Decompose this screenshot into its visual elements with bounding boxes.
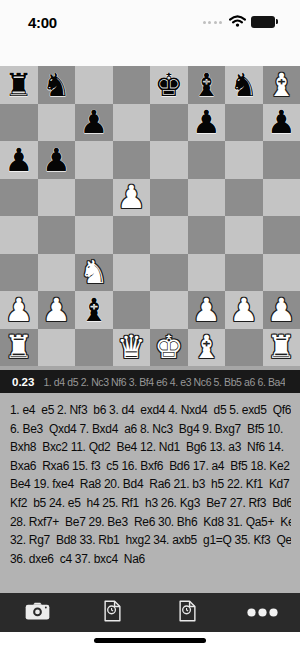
square-b8[interactable]: ♞ xyxy=(38,66,76,104)
piece-black-pawn: ♟ xyxy=(4,144,33,176)
move-line: Bxh8 Bxc2 11. Qd2 Be4 12. Nd1 Bg6 13. a3… xyxy=(10,438,291,457)
battery-icon xyxy=(251,16,275,28)
move-line: 1. e4 e5 2. Nf3 b6 3. d4 exd4 4. Nxd4 d5… xyxy=(10,401,291,420)
ellipsis-icon xyxy=(247,605,278,620)
square-h8[interactable]: ♝ xyxy=(263,66,301,104)
game-file-button[interactable] xyxy=(75,593,150,632)
square-f1[interactable]: ♝ xyxy=(188,329,226,367)
square-h1[interactable]: ♜ xyxy=(263,329,301,367)
square-d2[interactable] xyxy=(113,291,151,329)
square-a3[interactable] xyxy=(0,254,38,292)
square-f5[interactable] xyxy=(188,179,226,217)
piece-white-bishop: ♝ xyxy=(192,331,221,363)
piece-white-pawn: ♟ xyxy=(229,294,258,326)
app-screen: 4:00 ♜♞♚♝♞♝♟♟♟♟♟♟♞♟♟♝♟♟♟♜♛♚♝♜ 0.23 1 xyxy=(0,0,300,649)
piece-black-knight: ♞ xyxy=(42,69,71,101)
square-c7[interactable]: ♟ xyxy=(75,104,113,142)
piece-black-bishop: ♝ xyxy=(192,69,221,101)
square-h2[interactable]: ♟ xyxy=(263,291,301,329)
piece-white-bishop: ♝ xyxy=(267,69,296,101)
square-f3[interactable] xyxy=(188,254,226,292)
square-c1[interactable] xyxy=(75,329,113,367)
bottom-area xyxy=(0,632,300,649)
game-file-button-2[interactable] xyxy=(150,593,225,632)
piece-black-knight: ♞ xyxy=(229,69,258,101)
square-e6[interactable] xyxy=(150,141,188,179)
engine-line: 1. d4 d5 2. Nc3 Nf6 3. Bf4 e6 4. e3 Nc6 … xyxy=(43,376,285,388)
status-bar: 4:00 xyxy=(0,0,300,31)
cellular-signal-icon xyxy=(203,21,223,24)
square-g2[interactable]: ♟ xyxy=(225,291,263,329)
square-d8[interactable] xyxy=(113,66,151,104)
square-a1[interactable]: ♜ xyxy=(0,329,38,367)
piece-black-pawn: ♟ xyxy=(267,106,296,138)
square-d7[interactable] xyxy=(113,104,151,142)
analysis-bar[interactable]: 0.23 1. d4 d5 2. Nc3 Nf6 3. Bf4 e6 4. e3… xyxy=(0,370,300,393)
piece-white-pawn: ♟ xyxy=(4,294,33,326)
piece-white-king: ♚ xyxy=(154,331,183,363)
piece-white-pawn: ♟ xyxy=(267,294,296,326)
square-e3[interactable] xyxy=(150,254,188,292)
piece-white-pawn: ♟ xyxy=(192,294,221,326)
square-h5[interactable] xyxy=(263,179,301,217)
square-f6[interactable] xyxy=(188,141,226,179)
piece-black-rook: ♜ xyxy=(4,69,33,101)
square-h7[interactable]: ♟ xyxy=(263,104,301,142)
more-button[interactable] xyxy=(225,593,300,632)
square-d1[interactable]: ♛ xyxy=(113,329,151,367)
square-a4[interactable] xyxy=(0,216,38,254)
square-f8[interactable]: ♝ xyxy=(188,66,226,104)
move-line: Bxa6 Rxa6 15. f3 c5 16. Bxf6 Bd6 17. a4 … xyxy=(10,457,291,476)
square-e2[interactable] xyxy=(150,291,188,329)
piece-white-rook: ♜ xyxy=(267,331,296,363)
square-c2[interactable]: ♝ xyxy=(75,291,113,329)
status-time: 4:00 xyxy=(28,14,57,31)
square-c3[interactable]: ♞ xyxy=(75,254,113,292)
square-h6[interactable] xyxy=(263,141,301,179)
square-c4[interactable] xyxy=(75,216,113,254)
piece-black-bishop: ♝ xyxy=(79,294,108,326)
square-c6[interactable] xyxy=(75,141,113,179)
square-a2[interactable]: ♟ xyxy=(0,291,38,329)
top-area: 4:00 xyxy=(0,0,300,66)
square-a6[interactable]: ♟ xyxy=(0,141,38,179)
piece-black-pawn: ♟ xyxy=(79,106,108,138)
square-f7[interactable]: ♟ xyxy=(188,104,226,142)
square-d4[interactable] xyxy=(113,216,151,254)
piece-white-rook: ♜ xyxy=(4,331,33,363)
square-g3[interactable] xyxy=(225,254,263,292)
square-b2[interactable]: ♟ xyxy=(38,291,76,329)
piece-black-king: ♚ xyxy=(154,69,183,101)
camera-button[interactable] xyxy=(0,593,75,632)
square-a8[interactable]: ♜ xyxy=(0,66,38,104)
square-g4[interactable] xyxy=(225,216,263,254)
square-a7[interactable] xyxy=(0,104,38,142)
square-g1[interactable] xyxy=(225,329,263,367)
square-b6[interactable]: ♟ xyxy=(38,141,76,179)
square-e7[interactable] xyxy=(150,104,188,142)
status-icons xyxy=(203,13,276,31)
square-c8[interactable] xyxy=(75,66,113,104)
square-c5[interactable] xyxy=(75,179,113,217)
move-line: 32. Rg7 Bd8 33. Rb1 hxg2 34. axb5 g1=Q 3… xyxy=(10,531,291,550)
square-e5[interactable] xyxy=(150,179,188,217)
move-line: 6. Be3 Qxd4 7. Bxd4 a6 8. Nc3 Bg4 9. Bxg… xyxy=(10,420,291,439)
move-line: 36. dxe6 c4 37. bxc4 Na6 xyxy=(10,550,291,569)
square-b3[interactable] xyxy=(38,254,76,292)
square-g7[interactable] xyxy=(225,104,263,142)
evaluation-score: 0.23 xyxy=(12,376,34,388)
square-e4[interactable] xyxy=(150,216,188,254)
square-d5[interactable]: ♟ xyxy=(113,179,151,217)
square-d3[interactable] xyxy=(113,254,151,292)
doc-clock-icon xyxy=(179,600,196,625)
piece-white-pawn: ♟ xyxy=(117,181,146,213)
square-b7[interactable] xyxy=(38,104,76,142)
square-f2[interactable]: ♟ xyxy=(188,291,226,329)
square-d6[interactable] xyxy=(113,141,151,179)
square-b1[interactable] xyxy=(38,329,76,367)
square-f4[interactable] xyxy=(188,216,226,254)
square-g6[interactable] xyxy=(225,141,263,179)
move-line: Kf2 b5 24. e5 h4 25. Rf1 h3 26. Kg3 Be7 … xyxy=(10,494,291,513)
move-line: Be4 19. fxe4 Ra8 20. Bd4 Ra6 21. b3 h5 2… xyxy=(10,475,291,494)
square-e1[interactable]: ♚ xyxy=(150,329,188,367)
square-h4[interactable] xyxy=(263,216,301,254)
piece-white-queen: ♛ xyxy=(117,331,146,363)
piece-black-pawn: ♟ xyxy=(192,106,221,138)
square-g5[interactable] xyxy=(225,179,263,217)
move-list[interactable]: 1. e4 e5 2. Nf3 b6 3. d4 exd4 4. Nxd4 d5… xyxy=(0,393,300,593)
wifi-icon xyxy=(229,13,246,31)
square-e8[interactable]: ♚ xyxy=(150,66,188,104)
square-b5[interactable] xyxy=(38,179,76,217)
chess-board[interactable]: ♜♞♚♝♞♝♟♟♟♟♟♟♞♟♟♝♟♟♟♜♛♚♝♜ xyxy=(0,66,300,366)
home-indicator[interactable] xyxy=(94,638,206,643)
doc-clock-icon xyxy=(104,600,121,625)
move-line: 28. Rxf7+ Be7 29. Be3 Re6 30. Bh6 Kd8 31… xyxy=(10,513,291,532)
square-h3[interactable] xyxy=(263,254,301,292)
piece-white-knight: ♞ xyxy=(79,256,108,288)
square-a5[interactable] xyxy=(0,179,38,217)
square-g8[interactable]: ♞ xyxy=(225,66,263,104)
bottom-toolbar xyxy=(0,593,300,632)
camera-icon xyxy=(25,602,50,623)
square-b4[interactable] xyxy=(38,216,76,254)
piece-white-pawn: ♟ xyxy=(42,294,71,326)
piece-black-pawn: ♟ xyxy=(42,144,71,176)
